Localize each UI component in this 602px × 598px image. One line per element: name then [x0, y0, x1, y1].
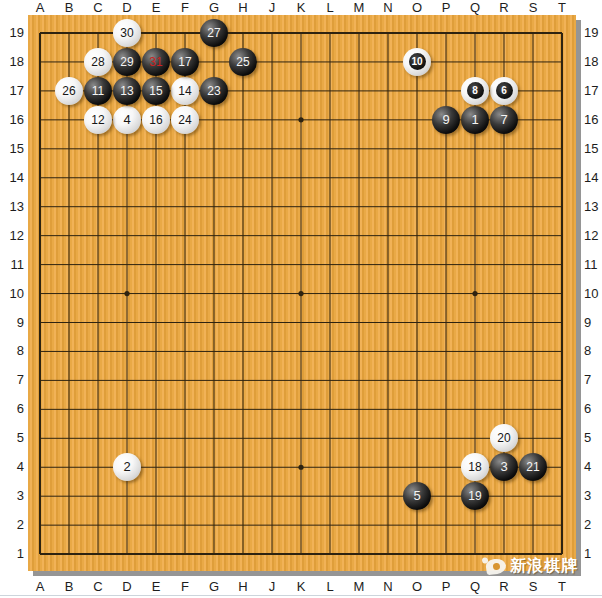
move-number: 4 — [113, 106, 141, 134]
stone-black-27-G19: 27 — [200, 19, 228, 47]
coord-label-right-19: 19 — [584, 25, 602, 41]
coord-label-left-12: 12 — [0, 228, 24, 244]
coord-label-bottom-L: L — [319, 579, 341, 595]
coord-label-bottom-N: N — [377, 579, 399, 595]
stone-white-24-F16: 24 — [171, 106, 199, 134]
coord-label-bottom-R: R — [493, 579, 515, 595]
move-number: 7 — [490, 106, 518, 134]
coord-label-left-13: 13 — [0, 199, 24, 215]
move-number: 28 — [84, 48, 112, 76]
coord-label-bottom-F: F — [174, 579, 196, 595]
move-number: 13 — [113, 77, 141, 105]
move-number: 3 — [490, 453, 518, 481]
coord-label-bottom-C: C — [87, 579, 109, 595]
coord-label-top-E: E — [145, 0, 167, 16]
stone-white-10-O18: 10 — [403, 48, 431, 76]
coord-label-top-F: F — [174, 0, 196, 16]
move-number: 1 — [461, 106, 489, 134]
coord-label-left-10: 10 — [0, 286, 24, 302]
coord-label-right-7: 7 — [584, 372, 602, 388]
move-number: 14 — [171, 77, 199, 105]
coord-label-top-L: L — [319, 0, 341, 16]
coord-label-top-G: G — [203, 0, 225, 16]
coord-label-top-R: R — [493, 0, 515, 16]
stone-black-13-D17: 13 — [113, 77, 141, 105]
coord-label-right-5: 5 — [584, 430, 602, 446]
coord-label-left-4: 4 — [0, 459, 24, 475]
coord-label-top-P: P — [435, 0, 457, 16]
coord-label-left-15: 15 — [0, 141, 24, 157]
coord-label-right-10: 10 — [584, 286, 602, 302]
move-number: 26 — [55, 77, 83, 105]
coord-label-left-7: 7 — [0, 372, 24, 388]
stone-black-29-D18: 29 — [113, 48, 141, 76]
circled-number-badge: 10 — [409, 53, 426, 70]
coord-label-top-J: J — [261, 0, 283, 16]
coord-label-right-6: 6 — [584, 401, 602, 417]
stone-white-16-E16: 16 — [142, 106, 170, 134]
coord-label-top-B: B — [58, 0, 80, 16]
coord-label-top-D: D — [116, 0, 138, 16]
move-number: 12 — [84, 106, 112, 134]
coord-label-top-N: N — [377, 0, 399, 16]
move-number: 21 — [519, 453, 547, 481]
coord-label-bottom-E: E — [145, 579, 167, 595]
coord-label-right-18: 18 — [584, 54, 602, 70]
coord-label-bottom-A: A — [29, 579, 51, 595]
stone-black-1-Q16: 1 — [461, 106, 489, 134]
coord-label-right-4: 4 — [584, 459, 602, 475]
move-number: 2 — [113, 453, 141, 481]
go-diagram-page: AABBCCDDEEFFGGHHJJKKLLMMNNOOPPQQRRSSTT19… — [0, 0, 602, 598]
coord-label-bottom-J: J — [261, 579, 283, 595]
coord-label-left-5: 5 — [0, 430, 24, 446]
stone-white-6-R17: 6 — [490, 77, 518, 105]
coord-label-right-14: 14 — [584, 170, 602, 186]
move-number: 19 — [461, 482, 489, 510]
stone-black-21-S4: 21 — [519, 453, 547, 481]
coord-label-left-17: 17 — [0, 83, 24, 99]
watermark-text: 新浪棋牌 — [510, 556, 578, 577]
coord-label-top-H: H — [232, 0, 254, 16]
stone-black-5-O3: 5 — [403, 482, 431, 510]
stone-black-25-H18: 25 — [229, 48, 257, 76]
stone-black-31-E18: 31 — [142, 48, 170, 76]
move-number: 24 — [171, 106, 199, 134]
coord-label-bottom-K: K — [290, 579, 312, 595]
circled-number-badge: 6 — [496, 82, 513, 99]
stone-white-18-Q4: 18 — [461, 453, 489, 481]
coord-label-left-3: 3 — [0, 488, 24, 504]
sina-watermark: 新浪棋牌 — [486, 556, 578, 576]
coord-label-top-Q: Q — [464, 0, 486, 16]
stone-white-8-Q17: 8 — [461, 77, 489, 105]
coord-label-left-6: 6 — [0, 401, 24, 417]
move-number: 29 — [113, 48, 141, 76]
coord-label-top-A: A — [29, 0, 51, 16]
coord-label-left-19: 19 — [0, 25, 24, 41]
move-number: 20 — [490, 424, 518, 452]
coord-label-left-2: 2 — [0, 517, 24, 533]
stone-white-4-D16: 4 — [113, 106, 141, 134]
stone-black-15-E17: 15 — [142, 77, 170, 105]
coord-label-right-11: 11 — [584, 257, 602, 273]
stone-white-12-C16: 12 — [84, 106, 112, 134]
coord-label-left-8: 8 — [0, 343, 24, 359]
stone-black-11-C17: 11 — [84, 77, 112, 105]
coord-label-left-14: 14 — [0, 170, 24, 186]
move-number: 23 — [200, 77, 228, 105]
coord-label-left-16: 16 — [0, 112, 24, 128]
stone-black-17-F18: 17 — [171, 48, 199, 76]
coord-label-top-K: K — [290, 0, 312, 16]
move-number: 27 — [200, 19, 228, 47]
move-number: 5 — [403, 482, 431, 510]
coord-label-bottom-M: M — [348, 579, 370, 595]
coord-label-top-M: M — [348, 0, 370, 16]
coord-label-right-13: 13 — [584, 199, 602, 215]
coord-label-right-17: 17 — [584, 83, 602, 99]
coord-label-bottom-P: P — [435, 579, 457, 595]
coord-label-right-3: 3 — [584, 488, 602, 504]
move-number: 31 — [142, 48, 170, 76]
stone-white-30-D19: 30 — [113, 19, 141, 47]
stone-black-9-P16: 9 — [432, 106, 460, 134]
coord-label-bottom-S: S — [522, 579, 544, 595]
stone-white-20-R5: 20 — [490, 424, 518, 452]
move-number: 15 — [142, 77, 170, 105]
coord-label-right-2: 2 — [584, 517, 602, 533]
coord-label-bottom-H: H — [232, 579, 254, 595]
coord-label-bottom-Q: Q — [464, 579, 486, 595]
page-divider-line — [0, 595, 602, 596]
coord-label-left-11: 11 — [0, 257, 24, 273]
sina-eye-icon — [485, 557, 507, 575]
coord-label-right-16: 16 — [584, 112, 602, 128]
coord-label-left-1: 1 — [0, 546, 24, 562]
stone-black-23-G17: 23 — [200, 77, 228, 105]
move-number: 18 — [461, 453, 489, 481]
move-number: 9 — [432, 106, 460, 134]
stone-black-19-Q3: 19 — [461, 482, 489, 510]
stone-white-2-D4: 2 — [113, 453, 141, 481]
coord-label-bottom-G: G — [203, 579, 225, 595]
coord-label-right-8: 8 — [584, 343, 602, 359]
coord-label-top-T: T — [551, 0, 573, 16]
stone-white-26-B17: 26 — [55, 77, 83, 105]
move-number: 17 — [171, 48, 199, 76]
stone-black-3-R4: 3 — [490, 453, 518, 481]
move-number: 25 — [229, 48, 257, 76]
coord-label-bottom-T: T — [551, 579, 573, 595]
coord-label-bottom-B: B — [58, 579, 80, 595]
coord-label-bottom-O: O — [406, 579, 428, 595]
coord-label-top-C: C — [87, 0, 109, 16]
circled-number-badge: 8 — [467, 82, 484, 99]
coord-label-right-12: 12 — [584, 228, 602, 244]
coord-label-bottom-D: D — [116, 579, 138, 595]
move-number: 11 — [84, 77, 112, 105]
coord-label-left-18: 18 — [0, 54, 24, 70]
coord-label-top-S: S — [522, 0, 544, 16]
coord-label-right-15: 15 — [584, 141, 602, 157]
coord-label-right-9: 9 — [584, 315, 602, 331]
move-number: 30 — [113, 19, 141, 47]
coord-label-left-9: 9 — [0, 315, 24, 331]
coord-label-right-1: 1 — [584, 546, 602, 562]
stone-black-7-R16: 7 — [490, 106, 518, 134]
stone-white-14-F17: 14 — [171, 77, 199, 105]
stone-white-28-C18: 28 — [84, 48, 112, 76]
move-number: 16 — [142, 106, 170, 134]
coord-label-top-O: O — [406, 0, 428, 16]
